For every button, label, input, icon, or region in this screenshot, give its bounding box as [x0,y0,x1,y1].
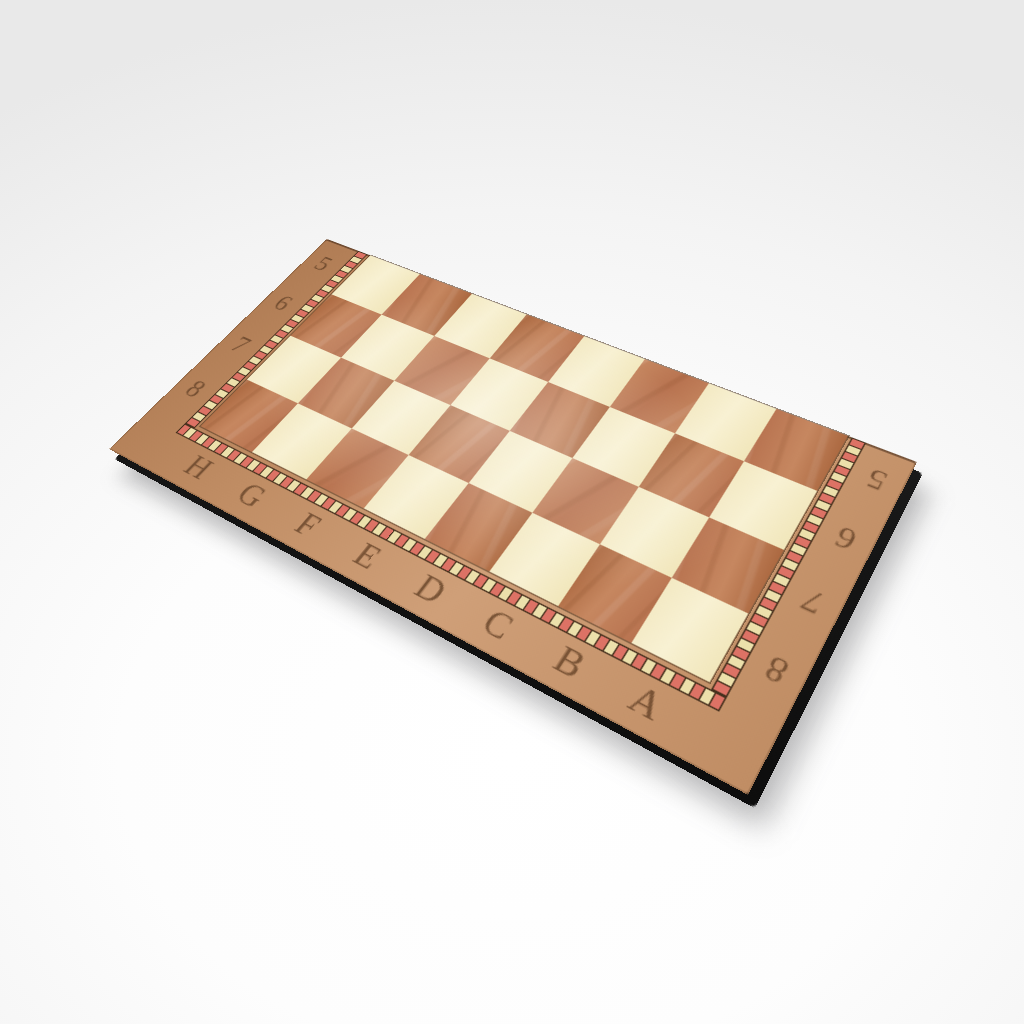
scene: 5678 5678 HGFEDCBA [0,0,1024,1024]
